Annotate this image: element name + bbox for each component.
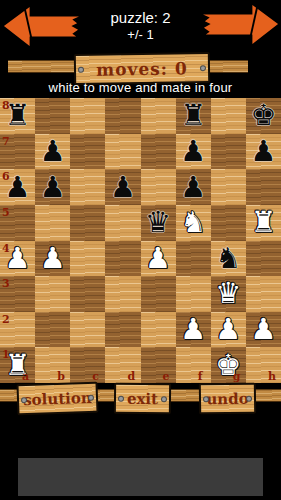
square-f6[interactable]: ♟ [176, 169, 211, 205]
square-d7[interactable] [105, 134, 140, 170]
square-h5[interactable]: ♜ [246, 205, 281, 241]
file-label-d: d [127, 370, 135, 383]
square-a5[interactable]: 5 [0, 205, 35, 241]
white-pawn[interactable]: ♟ [215, 315, 241, 344]
rank-label-5: 5 [2, 206, 10, 219]
square-a1[interactable]: ♜1a [0, 347, 35, 383]
square-d1[interactable]: d [105, 347, 140, 383]
file-label-f: f [198, 370, 203, 383]
nail-icon [162, 397, 166, 401]
square-d6[interactable]: ♟ [105, 169, 140, 205]
white-queen[interactable]: ♛ [215, 279, 241, 308]
header: puzzle: 2 +/- 1 [0, 0, 281, 55]
square-b1[interactable]: b [35, 347, 70, 383]
square-e6[interactable] [141, 169, 176, 205]
square-e3[interactable] [141, 276, 176, 312]
square-c1[interactable]: c [70, 347, 105, 383]
solution-button-label: solution [23, 388, 92, 408]
white-pawn[interactable]: ♟ [145, 244, 171, 273]
puzzle-instruction: white to move and mate in four [0, 80, 281, 95]
nail-icon [119, 396, 123, 400]
puzzle-increment: +/- 1 [0, 27, 281, 43]
square-g3[interactable]: ♛ [211, 276, 246, 312]
file-label-h: h [268, 370, 276, 383]
square-g4[interactable]: ♞ [211, 241, 246, 277]
white-rook[interactable]: ♜ [5, 351, 31, 380]
nail-icon [89, 395, 93, 399]
square-a2[interactable]: 2 [0, 312, 35, 348]
puzzle-number: puzzle: 2 [0, 9, 281, 27]
black-king[interactable]: ♚ [250, 101, 276, 130]
black-pawn[interactable]: ♟ [250, 137, 276, 166]
square-d5[interactable] [105, 205, 140, 241]
white-king[interactable]: ♚ [215, 351, 241, 380]
square-a6[interactable]: ♟6 [0, 169, 35, 205]
square-c3[interactable] [70, 276, 105, 312]
square-c4[interactable] [70, 241, 105, 277]
file-label-b: b [57, 370, 65, 383]
black-pawn[interactable]: ♟ [5, 173, 31, 202]
square-d2[interactable] [105, 312, 140, 348]
square-c8[interactable] [70, 98, 105, 134]
nail-icon [79, 67, 83, 71]
black-pawn[interactable]: ♟ [180, 173, 206, 202]
square-h1[interactable]: h [246, 347, 281, 383]
square-a8[interactable]: ♜8 [0, 98, 35, 134]
ad-banner-placeholder [18, 458, 263, 496]
black-knight[interactable]: ♞ [215, 244, 241, 273]
square-e5[interactable]: ♛ [141, 205, 176, 241]
white-pawn[interactable]: ♟ [250, 315, 276, 344]
exit-button[interactable]: exit [114, 383, 171, 415]
black-pawn[interactable]: ♟ [40, 137, 66, 166]
rank-label-2: 2 [2, 313, 10, 326]
square-b8[interactable] [35, 98, 70, 134]
square-f7[interactable]: ♟ [176, 134, 211, 170]
nail-icon [22, 398, 26, 402]
nail-icon [204, 397, 208, 401]
solution-button[interactable]: solution [16, 382, 98, 416]
file-label-e: e [163, 370, 170, 383]
square-f4[interactable] [176, 241, 211, 277]
square-h8[interactable]: ♚ [246, 98, 281, 134]
nail-icon [247, 396, 251, 400]
square-d8[interactable] [105, 98, 140, 134]
white-pawn[interactable]: ♟ [5, 244, 31, 273]
rank-label-7: 7 [2, 135, 10, 148]
square-f8[interactable]: ♜ [176, 98, 211, 134]
square-d4[interactable] [105, 241, 140, 277]
square-g7[interactable] [211, 134, 246, 170]
square-g2[interactable]: ♟ [211, 312, 246, 348]
square-b4[interactable]: ♟ [35, 241, 70, 277]
square-e1[interactable]: e [141, 347, 176, 383]
square-b2[interactable] [35, 312, 70, 348]
square-a3[interactable]: 3 [0, 276, 35, 312]
square-d3[interactable] [105, 276, 140, 312]
square-e7[interactable] [141, 134, 176, 170]
square-f2[interactable]: ♟ [176, 312, 211, 348]
square-h3[interactable] [246, 276, 281, 312]
nail-icon [201, 66, 205, 70]
exit-button-label: exit [127, 389, 158, 407]
square-e4[interactable]: ♟ [141, 241, 176, 277]
black-rook[interactable]: ♜ [180, 101, 206, 130]
square-e8[interactable] [141, 98, 176, 134]
square-h2[interactable]: ♟ [246, 312, 281, 348]
black-pawn[interactable]: ♟ [40, 173, 66, 202]
square-a7[interactable]: 7 [0, 134, 35, 170]
square-g6[interactable] [211, 169, 246, 205]
moves-counter-label: moves: 0 [96, 58, 188, 79]
square-c2[interactable] [70, 312, 105, 348]
square-h7[interactable]: ♟ [246, 134, 281, 170]
black-pawn[interactable]: ♟ [180, 137, 206, 166]
chess-board: ♜8♜♚7♟♟♟♟6♟♟♟5♛♞♜♟4♟♟♞3♛2♟♟♟♜1abcdef♚gh [0, 98, 281, 383]
square-h6[interactable] [246, 169, 281, 205]
square-c7[interactable] [70, 134, 105, 170]
white-pawn[interactable]: ♟ [40, 244, 66, 273]
square-a4[interactable]: ♟4 [0, 241, 35, 277]
square-b7[interactable]: ♟ [35, 134, 70, 170]
undo-button[interactable]: undo [199, 383, 256, 415]
white-knight[interactable]: ♞ [180, 208, 206, 237]
square-e2[interactable] [141, 312, 176, 348]
square-b6[interactable]: ♟ [35, 169, 70, 205]
square-g8[interactable] [211, 98, 246, 134]
square-f1[interactable]: f [176, 347, 211, 383]
black-pawn[interactable]: ♟ [110, 173, 136, 202]
square-h4[interactable] [246, 241, 281, 277]
square-g1[interactable]: ♚g [211, 347, 246, 383]
square-f5[interactable]: ♞ [176, 205, 211, 241]
square-f3[interactable] [176, 276, 211, 312]
square-g5[interactable] [211, 205, 246, 241]
square-c6[interactable] [70, 169, 105, 205]
black-rook[interactable]: ♜ [5, 101, 31, 130]
white-pawn[interactable]: ♟ [180, 315, 206, 344]
rank-label-3: 3 [2, 277, 10, 290]
undo-button-label: undo [206, 389, 249, 408]
chess-puzzle-app: puzzle: 2 +/- 1 moves: 0 white to move a… [0, 0, 281, 500]
black-queen[interactable]: ♛ [145, 208, 171, 237]
white-rook[interactable]: ♜ [250, 208, 276, 237]
square-b3[interactable] [35, 276, 70, 312]
square-c5[interactable] [70, 205, 105, 241]
square-b5[interactable] [35, 205, 70, 241]
puzzle-info: puzzle: 2 +/- 1 [0, 9, 281, 43]
